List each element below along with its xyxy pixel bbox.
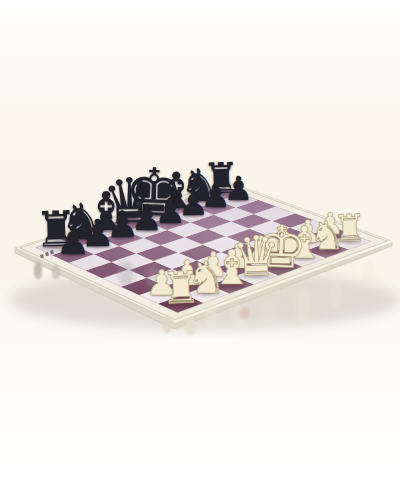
scene: Tournament folding chess set product pho… <box>0 0 400 498</box>
chess-board <box>0 0 400 498</box>
